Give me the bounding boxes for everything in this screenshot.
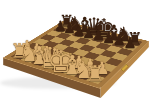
corner-a8	[62, 20, 64, 21]
corner-a1	[2, 57, 5, 58]
photo-background: ♜♞♝♛♚♝♞♜♟♟♟♟♟♟♟♟♟♟♟♟♟♟♟♟♜♞♝♛♚♝♞♜	[0, 0, 150, 100]
